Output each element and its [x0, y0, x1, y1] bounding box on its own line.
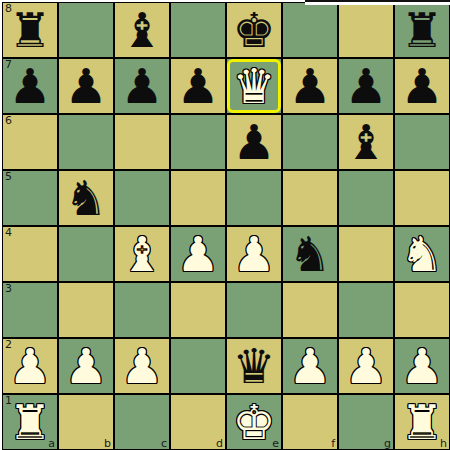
piece-black-pawn[interactable]: ♟ — [120, 58, 163, 114]
piece-black-pawn[interactable]: ♟ — [400, 58, 443, 114]
square-f2[interactable]: ♟ — [282, 338, 338, 394]
square-g5[interactable] — [338, 170, 394, 226]
square-h8[interactable]: ♜ — [394, 2, 450, 58]
piece-white-rook[interactable]: ♜ — [8, 394, 51, 450]
square-c5[interactable] — [114, 170, 170, 226]
square-h2[interactable]: ♟ — [394, 338, 450, 394]
file-label-g: g — [384, 438, 391, 449]
square-d5[interactable] — [170, 170, 226, 226]
file-label-d: d — [216, 438, 223, 449]
piece-white-queen[interactable]: ♛ — [232, 58, 275, 114]
square-a7[interactable]: 7♟ — [2, 58, 58, 114]
square-c2[interactable]: ♟ — [114, 338, 170, 394]
square-h1[interactable]: h♜ — [394, 394, 450, 450]
rank-label-5: 5 — [5, 171, 12, 182]
square-c4[interactable]: ♝ — [114, 226, 170, 282]
piece-white-king[interactable]: ♚ — [232, 394, 275, 450]
square-a1[interactable]: 1a♜ — [2, 394, 58, 450]
file-label-b: b — [104, 438, 111, 449]
square-h3[interactable] — [394, 282, 450, 338]
square-c7[interactable]: ♟ — [114, 58, 170, 114]
square-b8[interactable] — [58, 2, 114, 58]
square-e1[interactable]: e♚ — [226, 394, 282, 450]
rank-label-6: 6 — [5, 115, 12, 126]
square-g2[interactable]: ♟ — [338, 338, 394, 394]
piece-black-bishop[interactable]: ♝ — [120, 2, 163, 58]
square-f7[interactable]: ♟ — [282, 58, 338, 114]
square-e6[interactable]: ♟ — [226, 114, 282, 170]
square-b3[interactable] — [58, 282, 114, 338]
piece-white-pawn[interactable]: ♟ — [344, 338, 387, 394]
piece-white-pawn[interactable]: ♟ — [176, 226, 219, 282]
square-d4[interactable]: ♟ — [170, 226, 226, 282]
square-e7[interactable]: ♛ — [226, 58, 282, 114]
file-label-e: e — [272, 438, 279, 449]
square-b1[interactable]: b — [58, 394, 114, 450]
piece-black-knight[interactable]: ♞ — [288, 226, 331, 282]
piece-black-pawn[interactable]: ♟ — [288, 58, 331, 114]
square-f5[interactable] — [282, 170, 338, 226]
piece-black-pawn[interactable]: ♟ — [344, 58, 387, 114]
piece-white-pawn[interactable]: ♟ — [64, 338, 107, 394]
file-label-h: h — [440, 438, 447, 449]
piece-white-rook[interactable]: ♜ — [400, 394, 443, 450]
square-c8[interactable]: ♝ — [114, 2, 170, 58]
square-g3[interactable] — [338, 282, 394, 338]
square-a3[interactable]: 3 — [2, 282, 58, 338]
chess-board: 8♜♝♚♜7♟♟♟♟♛♟♟♟6♟♝5♞4♝♟♟♞♞32♟♟♟♛♟♟♟1a♜bcd… — [2, 2, 450, 450]
square-g1[interactable]: g — [338, 394, 394, 450]
piece-black-queen[interactable]: ♛ — [232, 338, 275, 394]
piece-black-pawn[interactable]: ♟ — [64, 58, 107, 114]
piece-black-pawn[interactable]: ♟ — [232, 114, 275, 170]
file-label-f: f — [331, 438, 335, 449]
piece-black-king[interactable]: ♚ — [232, 2, 275, 58]
piece-black-pawn[interactable]: ♟ — [8, 58, 51, 114]
square-a4[interactable]: 4 — [2, 226, 58, 282]
window-edge-artifact — [305, 0, 450, 5]
square-g6[interactable]: ♝ — [338, 114, 394, 170]
file-label-a: a — [48, 438, 55, 449]
square-b6[interactable] — [58, 114, 114, 170]
square-d1[interactable]: d — [170, 394, 226, 450]
square-b2[interactable]: ♟ — [58, 338, 114, 394]
square-b7[interactable]: ♟ — [58, 58, 114, 114]
piece-white-bishop[interactable]: ♝ — [120, 226, 163, 282]
square-d7[interactable]: ♟ — [170, 58, 226, 114]
square-e5[interactable] — [226, 170, 282, 226]
square-h6[interactable] — [394, 114, 450, 170]
square-b4[interactable] — [58, 226, 114, 282]
piece-white-pawn[interactable]: ♟ — [8, 338, 51, 394]
rank-label-3: 3 — [5, 283, 12, 294]
square-a5[interactable]: 5 — [2, 170, 58, 226]
square-g4[interactable] — [338, 226, 394, 282]
square-c1[interactable]: c — [114, 394, 170, 450]
rank-label-2: 2 — [5, 339, 12, 350]
piece-black-knight[interactable]: ♞ — [64, 170, 107, 226]
square-c6[interactable] — [114, 114, 170, 170]
square-e8[interactable]: ♚ — [226, 2, 282, 58]
square-f1[interactable]: f — [282, 394, 338, 450]
piece-white-pawn[interactable]: ♟ — [120, 338, 163, 394]
square-f3[interactable] — [282, 282, 338, 338]
square-d2[interactable] — [170, 338, 226, 394]
piece-white-pawn[interactable]: ♟ — [400, 338, 443, 394]
square-f6[interactable] — [282, 114, 338, 170]
rank-label-8: 8 — [5, 3, 12, 14]
square-a2[interactable]: 2♟ — [2, 338, 58, 394]
chess-app-window: 8♜♝♚♜7♟♟♟♟♛♟♟♟6♟♝5♞4♝♟♟♞♞32♟♟♟♛♟♟♟1a♜bcd… — [0, 0, 450, 450]
piece-white-pawn[interactable]: ♟ — [232, 226, 275, 282]
rank-label-1: 1 — [5, 395, 12, 406]
piece-black-pawn[interactable]: ♟ — [176, 58, 219, 114]
piece-black-rook[interactable]: ♜ — [400, 2, 443, 58]
file-label-c: c — [161, 438, 167, 449]
square-h5[interactable] — [394, 170, 450, 226]
square-a8[interactable]: 8♜ — [2, 2, 58, 58]
piece-white-pawn[interactable]: ♟ — [288, 338, 331, 394]
rank-label-4: 4 — [5, 227, 12, 238]
square-d8[interactable] — [170, 2, 226, 58]
square-h4[interactable]: ♞ — [394, 226, 450, 282]
square-e2[interactable]: ♛ — [226, 338, 282, 394]
square-g8[interactable] — [338, 2, 394, 58]
square-f4[interactable]: ♞ — [282, 226, 338, 282]
rank-label-7: 7 — [5, 59, 12, 70]
piece-white-knight[interactable]: ♞ — [400, 226, 443, 282]
square-c3[interactable] — [114, 282, 170, 338]
square-h7[interactable]: ♟ — [394, 58, 450, 114]
square-a6[interactable]: 6 — [2, 114, 58, 170]
square-f8[interactable] — [282, 2, 338, 58]
square-d6[interactable] — [170, 114, 226, 170]
square-g7[interactable]: ♟ — [338, 58, 394, 114]
piece-black-bishop[interactable]: ♝ — [344, 114, 387, 170]
square-e4[interactable]: ♟ — [226, 226, 282, 282]
square-e3[interactable] — [226, 282, 282, 338]
square-d3[interactable] — [170, 282, 226, 338]
piece-black-rook[interactable]: ♜ — [8, 2, 51, 58]
square-b5[interactable]: ♞ — [58, 170, 114, 226]
